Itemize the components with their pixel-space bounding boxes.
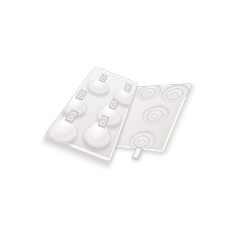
- front-tray-surface: [43, 66, 138, 163]
- dome-knob-icon: [75, 90, 87, 101]
- dome-knob-opening: [101, 118, 107, 124]
- dome-knob-opening: [68, 113, 75, 120]
- dome-knob-opening: [78, 92, 84, 97]
- front-tray: [43, 66, 138, 163]
- dome-knob-opening: [111, 101, 116, 106]
- product-photo: [0, 0, 250, 250]
- dome-knob-opening: [126, 85, 130, 89]
- dome-knob-opening: [101, 76, 106, 80]
